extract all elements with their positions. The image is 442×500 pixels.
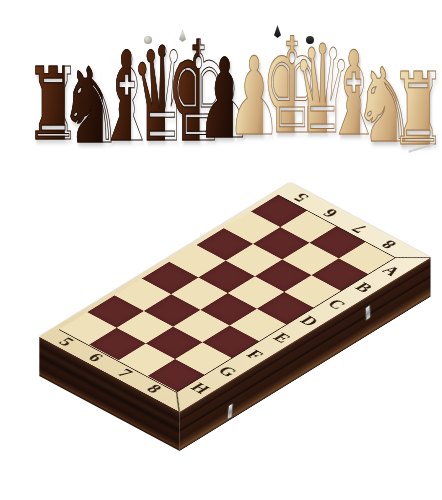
square-h7 [119, 343, 176, 375]
board-squares [60, 195, 395, 392]
pieces-lineup: ♜ ♞ ♝ ♛ ♚ ♟ ♟ ♚ ♛ ♝ ♞ ♜ [0, 0, 442, 170]
square-g8 [175, 342, 232, 374]
product-photo-page: { "game": "chess", "scene": { "descripti… [0, 0, 442, 500]
square-f8 [202, 326, 259, 358]
piece-dark-bishop: ♝ [97, 35, 132, 159]
square-h6 [89, 328, 146, 360]
square-h8 [148, 359, 205, 391]
clasp-latch-icon [365, 304, 371, 321]
clasp-latch-icon [227, 403, 234, 420]
square-g6 [117, 311, 174, 343]
piece-dark-king: ♚ [166, 24, 199, 162]
piece-light-king: ♚ [261, 20, 294, 152]
folded-chessboard-box: 5 6 7 8 5 6 7 8 H G F E D C B A [39, 182, 430, 411]
square-f7 [173, 310, 230, 342]
piece-dark-queen: ♛ [131, 30, 166, 160]
square-e8 [230, 309, 287, 341]
square-g7 [146, 327, 203, 359]
piece-light-queen: ♛ [293, 29, 328, 151]
piece-light-pawn: ♟ [227, 43, 263, 151]
square-h5 [60, 312, 117, 344]
frame-corner-line-se [395, 257, 430, 258]
light-queen-ball-finial [306, 36, 314, 44]
square-g5 [87, 295, 144, 327]
square-e7 [200, 293, 257, 325]
square-f6 [144, 294, 201, 326]
dark-queen-ball-finial [144, 36, 152, 44]
frame-corner-line-sw [176, 392, 180, 412]
